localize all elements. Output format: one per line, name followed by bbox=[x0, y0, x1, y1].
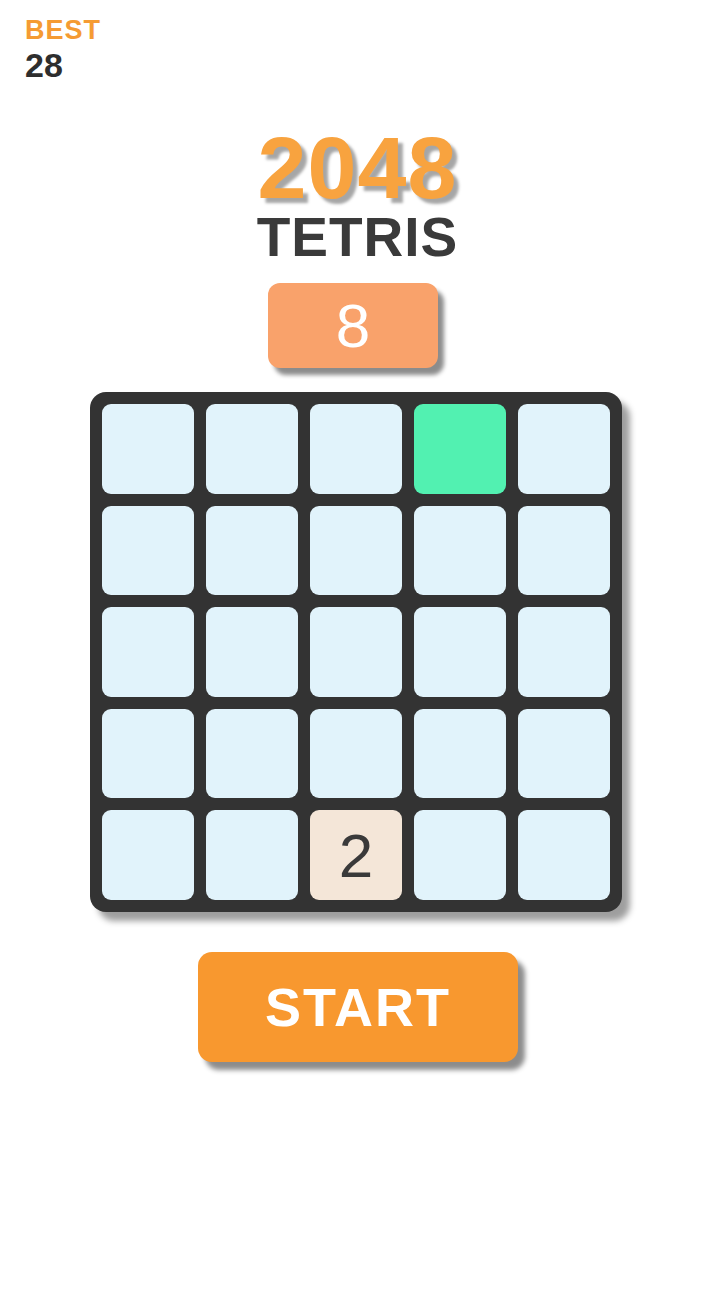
title-tetris: TETRIS bbox=[0, 210, 715, 265]
grid-cell-empty bbox=[518, 810, 610, 900]
next-tile-value: 8 bbox=[336, 290, 370, 361]
grid-cell-empty bbox=[102, 607, 194, 697]
best-score-value: 28 bbox=[25, 46, 101, 85]
grid-cell-empty bbox=[414, 506, 506, 596]
grid-cell-tile: 2 bbox=[310, 810, 402, 900]
grid-cell-empty bbox=[206, 709, 298, 799]
grid-cell-empty bbox=[310, 607, 402, 697]
grid-cell-empty bbox=[206, 607, 298, 697]
grid-cell-empty bbox=[310, 506, 402, 596]
best-score-block: BEST 28 bbox=[25, 16, 101, 85]
next-tile-preview: 8 bbox=[268, 283, 438, 368]
grid-cell-empty bbox=[102, 709, 194, 799]
grid-cell-empty bbox=[518, 607, 610, 697]
grid-cell-empty bbox=[206, 404, 298, 494]
grid-cell-block bbox=[414, 404, 506, 494]
grid-cell-empty bbox=[310, 709, 402, 799]
title-2048: 2048 bbox=[0, 126, 715, 210]
grid-cell-empty bbox=[102, 404, 194, 494]
start-button[interactable]: START bbox=[198, 952, 518, 1062]
grid-cell-empty bbox=[518, 709, 610, 799]
grid-cell-empty bbox=[414, 709, 506, 799]
grid-cell-empty bbox=[518, 404, 610, 494]
grid-cell-empty bbox=[414, 607, 506, 697]
grid-cell-empty bbox=[102, 506, 194, 596]
grid-cell-empty bbox=[206, 810, 298, 900]
best-score-label: BEST bbox=[25, 16, 101, 46]
start-button-label: START bbox=[265, 976, 451, 1038]
grid-cell-empty bbox=[414, 810, 506, 900]
grid-cell-empty bbox=[206, 506, 298, 596]
grid-cell-empty bbox=[518, 506, 610, 596]
title-block: 2048 TETRIS bbox=[0, 126, 715, 265]
game-screen: BEST 28 2048 TETRIS 8 2 START bbox=[0, 0, 715, 1300]
grid-cell-empty bbox=[310, 404, 402, 494]
grid-cell-empty bbox=[102, 810, 194, 900]
game-board[interactable]: 2 bbox=[90, 392, 622, 912]
